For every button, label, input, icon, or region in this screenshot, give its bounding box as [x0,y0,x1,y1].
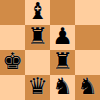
board-square-r0c3[interactable] [75,0,100,25]
board-square-r3c0[interactable] [0,75,25,100]
black-rook[interactable]: ♜ [52,49,73,74]
board-square-r1c0[interactable] [0,25,25,50]
board-square-r0c2[interactable] [50,0,75,25]
board-square-r2c0[interactable]: ♚ [0,50,25,75]
board-square-r1c3[interactable] [75,25,100,50]
board-square-r2c3[interactable] [75,50,100,75]
black-rook[interactable]: ♜ [27,24,48,49]
black-king[interactable]: ♚ [2,49,23,74]
board-square-r3c3[interactable]: ♞ [75,75,100,100]
black-knight[interactable]: ♞ [52,74,73,99]
board-square-r0c1[interactable]: ♝ [25,0,50,25]
black-pawn[interactable]: ♟ [52,24,73,49]
board-square-r0c0[interactable] [0,0,25,25]
board-square-r2c1[interactable] [25,50,50,75]
black-knight[interactable]: ♞ [77,74,98,99]
board-square-r1c1[interactable]: ♜ [25,25,50,50]
black-bishop[interactable]: ♝ [27,0,48,24]
board-square-r2c2[interactable]: ♜ [50,50,75,75]
chess-board: ♝♜♟♚♜♛♞♞ [0,0,100,100]
black-queen[interactable]: ♛ [27,74,48,99]
board-square-r1c2[interactable]: ♟ [50,25,75,50]
board-square-r3c2[interactable]: ♞ [50,75,75,100]
board-square-r3c1[interactable]: ♛ [25,75,50,100]
